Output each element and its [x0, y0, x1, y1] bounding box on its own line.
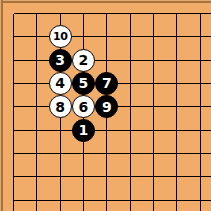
intersection: [2, 118, 25, 141]
intersection: [95, 25, 118, 48]
intersection: [72, 188, 95, 211]
stone-white-8: 8: [49, 95, 72, 118]
intersection: [165, 188, 188, 211]
stone-white-4: 4: [49, 72, 72, 95]
intersection: [142, 25, 165, 48]
intersection: [48, 2, 71, 25]
intersection: [25, 48, 48, 71]
intersection: [188, 95, 211, 118]
intersection: [25, 95, 48, 118]
intersection: 6: [72, 95, 95, 118]
intersection: [188, 72, 211, 95]
intersection: [25, 2, 48, 25]
intersection: 1: [72, 118, 95, 141]
intersection: [188, 188, 211, 211]
intersection: [165, 142, 188, 165]
intersection: [2, 2, 25, 25]
intersection: [142, 72, 165, 95]
intersection: 7: [95, 72, 118, 95]
intersection: 2: [72, 48, 95, 71]
intersection: [25, 72, 48, 95]
intersection: [165, 48, 188, 71]
intersection: [165, 118, 188, 141]
intersection: [118, 118, 141, 141]
stone-black-3: 3: [49, 49, 72, 72]
board-grid: 10324578691: [2, 2, 211, 211]
intersection: 5: [72, 72, 95, 95]
intersection: 9: [95, 95, 118, 118]
intersection: [72, 142, 95, 165]
intersection: [48, 188, 71, 211]
intersection: [72, 165, 95, 188]
intersection: 8: [48, 95, 71, 118]
stone-white-2: 2: [72, 49, 95, 72]
intersection: [72, 25, 95, 48]
intersection: [118, 72, 141, 95]
intersection: [2, 142, 25, 165]
intersection: [2, 72, 25, 95]
stone-black-7: 7: [95, 72, 118, 95]
intersection: [188, 118, 211, 141]
intersection: [95, 118, 118, 141]
intersection: [48, 118, 71, 141]
intersection: [118, 95, 141, 118]
intersection: [165, 2, 188, 25]
intersection: [118, 25, 141, 48]
intersection: [188, 165, 211, 188]
intersection: [165, 95, 188, 118]
intersection: [95, 188, 118, 211]
intersection: [25, 25, 48, 48]
intersection: [142, 165, 165, 188]
intersection: [48, 142, 71, 165]
intersection: [2, 25, 25, 48]
intersection: [2, 95, 25, 118]
intersection: [118, 188, 141, 211]
board-frame-left: [0, 0, 3, 211]
intersection: [25, 188, 48, 211]
intersection: [118, 48, 141, 71]
stone-white-10: 10: [49, 25, 72, 48]
intersection: [48, 165, 71, 188]
intersection: [142, 2, 165, 25]
intersection: [118, 142, 141, 165]
stone-black-1: 1: [72, 119, 95, 142]
intersection: [95, 48, 118, 71]
intersection: [95, 2, 118, 25]
intersection: 10: [48, 25, 71, 48]
intersection: [165, 165, 188, 188]
intersection: [95, 142, 118, 165]
intersection: 4: [48, 72, 71, 95]
intersection: [72, 2, 95, 25]
intersection: [165, 25, 188, 48]
board-frame-top: [0, 0, 211, 3]
intersection: [142, 118, 165, 141]
stone-white-6: 6: [72, 95, 95, 118]
intersection: [25, 118, 48, 141]
intersection: [25, 165, 48, 188]
stone-black-5: 5: [72, 72, 95, 95]
intersection: 3: [48, 48, 71, 71]
intersection: [165, 72, 188, 95]
go-board: 10324578691: [0, 0, 211, 211]
intersection: [142, 48, 165, 71]
intersection: [188, 142, 211, 165]
intersection: [142, 142, 165, 165]
intersection: [95, 165, 118, 188]
intersection: [188, 25, 211, 48]
intersection: [2, 48, 25, 71]
intersection: [2, 165, 25, 188]
intersection: [142, 95, 165, 118]
intersection: [2, 188, 25, 211]
intersection: [188, 48, 211, 71]
intersection: [118, 165, 141, 188]
intersection: [25, 142, 48, 165]
intersection: [118, 2, 141, 25]
stone-black-9: 9: [95, 95, 118, 118]
intersection: [188, 2, 211, 25]
intersection: [142, 188, 165, 211]
